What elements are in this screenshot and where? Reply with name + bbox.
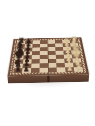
square-d5[interactable] [39,51,47,55]
square-h8[interactable]: ♜ [13,68,22,73]
piece-black-pawn[interactable]: ♟ [23,66,29,73]
piece-black-rook[interactable]: ♜ [13,65,20,73]
square-h1[interactable]: ♜ [73,67,82,72]
camera-tilt: ♜♟♟♜♞♟♟♞♝♟♟♝♛♟♟♛♚♟♟♚♝♟♟♝♞♟♟♞♜♟♟♜ [0,0,95,126]
product-photo: ♜♟♟♜♞♟♟♞♝♟♟♝♛♟♟♛♚♟♟♚♝♟♟♝♞♟♟♞♜♟♟♜ [0,0,95,126]
scene: ♜♟♟♜♞♟♟♞♝♟♟♝♛♟♟♛♚♟♟♚♝♟♟♝♞♟♟♞♜♟♟♜ [0,0,95,126]
piece-white-rook[interactable]: ♜ [74,63,81,71]
square-h2[interactable]: ♟ [65,67,74,72]
piece-white-pawn[interactable]: ♟ [66,65,72,72]
square-h7[interactable]: ♟ [22,68,31,73]
chess-board: ♜♟♟♜♞♟♟♞♝♟♟♝♛♟♟♛♚♟♟♚♝♟♟♝♞♟♟♞♜♟♟♜ [7,37,89,76]
